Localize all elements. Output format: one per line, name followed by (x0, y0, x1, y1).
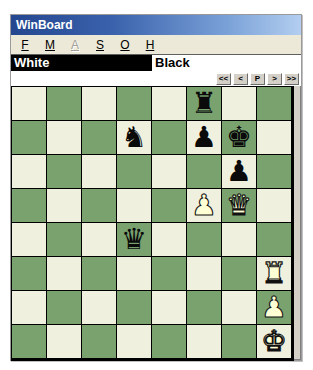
menu-bar: FMASOH (11, 35, 301, 55)
square-h6[interactable] (257, 155, 291, 188)
square-g2[interactable] (222, 291, 256, 324)
pause-button[interactable]: P (250, 73, 265, 85)
square-a7[interactable] (12, 121, 46, 154)
white-pawn[interactable]: ♟ (261, 293, 287, 322)
black-pawn[interactable]: ♟ (226, 157, 252, 186)
square-g7[interactable]: ♚ (222, 121, 256, 154)
square-d7[interactable]: ♞ (117, 121, 151, 154)
square-f6[interactable] (187, 155, 221, 188)
square-e8[interactable] (152, 87, 186, 120)
square-d4[interactable]: ♛ (117, 223, 151, 256)
square-h3[interactable]: ♜ (257, 257, 291, 290)
square-b7[interactable] (47, 121, 81, 154)
black-knight[interactable]: ♞ (121, 123, 147, 152)
square-g5[interactable]: ♛ (222, 189, 256, 222)
square-h7[interactable] (257, 121, 291, 154)
square-b4[interactable] (47, 223, 81, 256)
square-g6[interactable]: ♟ (222, 155, 256, 188)
square-d3[interactable] (117, 257, 151, 290)
square-f8[interactable]: ♜ (187, 87, 221, 120)
square-e5[interactable] (152, 189, 186, 222)
forward-button[interactable]: > (267, 73, 282, 85)
white-rook[interactable]: ♜ (261, 259, 287, 288)
square-d5[interactable] (117, 189, 151, 222)
square-a3[interactable] (12, 257, 46, 290)
black-pawn[interactable]: ♟ (191, 123, 217, 152)
square-e6[interactable] (152, 155, 186, 188)
player-bar: White Black (11, 55, 301, 72)
menu-f[interactable]: F (19, 38, 31, 52)
square-f5[interactable]: ♟ (187, 189, 221, 222)
square-b6[interactable] (47, 155, 81, 188)
square-c1[interactable] (82, 325, 116, 358)
square-d6[interactable] (117, 155, 151, 188)
square-a8[interactable] (12, 87, 46, 120)
square-c4[interactable] (82, 223, 116, 256)
black-rook[interactable]: ♜ (191, 89, 217, 118)
square-a6[interactable] (12, 155, 46, 188)
chess-board: ♜♞♟♚♟♟♛♛♜♟♚ (11, 86, 294, 361)
to-start-button[interactable]: << (216, 73, 231, 85)
white-king[interactable]: ♚ (261, 327, 287, 356)
square-b1[interactable] (47, 325, 81, 358)
title-bar[interactable]: WinBoard (11, 15, 301, 35)
back-button[interactable]: < (233, 73, 248, 85)
square-c6[interactable] (82, 155, 116, 188)
desktop-background: WinBoard FMASOH White Black <<<P>>> ♜♞♟♚… (0, 0, 313, 370)
square-b8[interactable] (47, 87, 81, 120)
square-g8[interactable] (222, 87, 256, 120)
square-h4[interactable] (257, 223, 291, 256)
nav-button-row: <<<P>>> (11, 72, 301, 86)
square-d2[interactable] (117, 291, 151, 324)
square-b2[interactable] (47, 291, 81, 324)
square-f1[interactable] (187, 325, 221, 358)
white-queen[interactable]: ♛ (226, 191, 252, 220)
white-clock[interactable]: White (11, 55, 152, 71)
black-clock[interactable]: Black (155, 55, 190, 71)
square-f3[interactable] (187, 257, 221, 290)
square-g4[interactable] (222, 223, 256, 256)
square-c5[interactable] (82, 189, 116, 222)
black-queen[interactable]: ♛ (121, 225, 147, 254)
square-g3[interactable] (222, 257, 256, 290)
square-e3[interactable] (152, 257, 186, 290)
square-e4[interactable] (152, 223, 186, 256)
square-c3[interactable] (82, 257, 116, 290)
white-player-label: White (14, 55, 49, 70)
square-a4[interactable] (12, 223, 46, 256)
square-c7[interactable] (82, 121, 116, 154)
square-a1[interactable] (12, 325, 46, 358)
square-h1[interactable]: ♚ (257, 325, 291, 358)
square-e2[interactable] (152, 291, 186, 324)
black-player-label: Black (155, 55, 190, 70)
square-b5[interactable] (47, 189, 81, 222)
square-h8[interactable] (257, 87, 291, 120)
square-h2[interactable]: ♟ (257, 291, 291, 324)
square-e7[interactable] (152, 121, 186, 154)
black-king[interactable]: ♚ (226, 123, 252, 152)
window-title: WinBoard (16, 18, 73, 32)
menu-m[interactable]: M (44, 38, 56, 52)
menu-s[interactable]: S (94, 38, 106, 52)
menu-o[interactable]: O (119, 38, 131, 52)
square-f7[interactable]: ♟ (187, 121, 221, 154)
square-f2[interactable] (187, 291, 221, 324)
menu-a[interactable]: A (69, 38, 81, 52)
square-d8[interactable] (117, 87, 151, 120)
square-g1[interactable] (222, 325, 256, 358)
square-a5[interactable] (12, 189, 46, 222)
square-c8[interactable] (82, 87, 116, 120)
menu-h[interactable]: H (144, 38, 156, 52)
square-d1[interactable] (117, 325, 151, 358)
winboard-window: WinBoard FMASOH White Black <<<P>>> ♜♞♟♚… (10, 14, 302, 361)
square-f4[interactable] (187, 223, 221, 256)
square-b3[interactable] (47, 257, 81, 290)
to-end-button[interactable]: >> (284, 73, 299, 85)
square-h5[interactable] (257, 189, 291, 222)
square-c2[interactable] (82, 291, 116, 324)
square-a2[interactable] (12, 291, 46, 324)
square-e1[interactable] (152, 325, 186, 358)
white-pawn[interactable]: ♟ (191, 191, 217, 220)
